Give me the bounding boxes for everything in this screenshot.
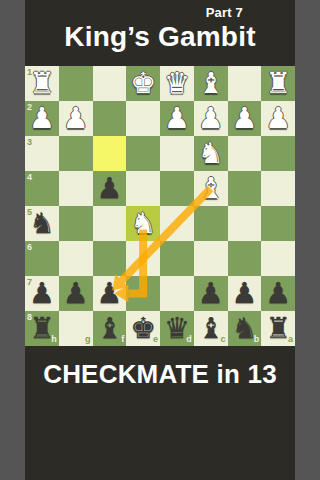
square-a7[interactable]: ♟: [261, 276, 295, 311]
black-pawn[interactable]: ♟: [228, 276, 262, 311]
square-e2[interactable]: [126, 101, 160, 136]
video-frame: Part 7 King’s Gambit 1♜♚♛♝♜2♟♟♟♟♟♟3♞4♟♝5…: [25, 0, 295, 480]
black-rook[interactable]: ♜: [261, 311, 295, 346]
square-e6[interactable]: [126, 241, 160, 276]
square-f3[interactable]: [93, 136, 127, 171]
square-g5[interactable]: [59, 206, 93, 241]
square-h2[interactable]: 2♟: [25, 101, 59, 136]
white-knight[interactable]: ♞: [126, 206, 160, 241]
chess-board[interactable]: 1♜♚♛♝♜2♟♟♟♟♟♟3♞4♟♝5♞♞67♟♟♟♟♟♟8h♜gf♝e♚d♛c…: [25, 66, 295, 346]
black-knight[interactable]: ♞: [228, 311, 262, 346]
square-c6[interactable]: [194, 241, 228, 276]
square-f8[interactable]: f♝: [93, 311, 127, 346]
square-e5[interactable]: ♞: [126, 206, 160, 241]
square-h7[interactable]: 7♟: [25, 276, 59, 311]
black-queen[interactable]: ♛: [160, 311, 194, 346]
square-f1[interactable]: [93, 66, 127, 101]
square-b7[interactable]: ♟: [228, 276, 262, 311]
black-pawn[interactable]: ♟: [93, 171, 127, 206]
white-rook[interactable]: ♜: [261, 66, 295, 101]
square-a2[interactable]: ♟: [261, 101, 295, 136]
square-b8[interactable]: b♞: [228, 311, 262, 346]
square-c2[interactable]: ♟: [194, 101, 228, 136]
square-g8[interactable]: g: [59, 311, 93, 346]
black-pawn[interactable]: ♟: [93, 276, 127, 311]
white-pawn[interactable]: ♟: [59, 101, 93, 136]
white-pawn[interactable]: ♟: [194, 101, 228, 136]
rank-label-6: 6: [27, 243, 32, 252]
rank-label-3: 3: [27, 138, 32, 147]
square-g4[interactable]: [59, 171, 93, 206]
square-b2[interactable]: ♟: [228, 101, 262, 136]
square-c3[interactable]: ♞: [194, 136, 228, 171]
black-king[interactable]: ♚: [126, 311, 160, 346]
square-d5[interactable]: [160, 206, 194, 241]
white-queen[interactable]: ♛: [160, 66, 194, 101]
white-knight[interactable]: ♞: [194, 136, 228, 171]
black-knight[interactable]: ♞: [25, 206, 59, 241]
square-g1[interactable]: [59, 66, 93, 101]
square-b5[interactable]: [228, 206, 262, 241]
black-pawn[interactable]: ♟: [25, 276, 59, 311]
square-c8[interactable]: c♝: [194, 311, 228, 346]
white-pawn[interactable]: ♟: [160, 101, 194, 136]
square-a3[interactable]: [261, 136, 295, 171]
square-f6[interactable]: [93, 241, 127, 276]
white-bishop[interactable]: ♝: [194, 171, 228, 206]
square-g2[interactable]: ♟: [59, 101, 93, 136]
file-label-g: g: [85, 335, 91, 344]
square-h1[interactable]: 1♜: [25, 66, 59, 101]
black-rook[interactable]: ♜: [25, 311, 59, 346]
white-bishop[interactable]: ♝: [194, 66, 228, 101]
square-h5[interactable]: 5♞: [25, 206, 59, 241]
square-h8[interactable]: 8h♜: [25, 311, 59, 346]
square-a6[interactable]: [261, 241, 295, 276]
square-d7[interactable]: [160, 276, 194, 311]
square-f2[interactable]: [93, 101, 127, 136]
square-e4[interactable]: [126, 171, 160, 206]
square-d3[interactable]: [160, 136, 194, 171]
black-pawn[interactable]: ♟: [261, 276, 295, 311]
square-f7[interactable]: ♟: [93, 276, 127, 311]
square-b6[interactable]: [228, 241, 262, 276]
page-title: King’s Gambit: [25, 21, 295, 53]
header: Part 7 King’s Gambit: [25, 0, 295, 66]
white-king[interactable]: ♚: [126, 66, 160, 101]
white-pawn[interactable]: ♟: [25, 101, 59, 136]
square-g7[interactable]: ♟: [59, 276, 93, 311]
square-a8[interactable]: a♜: [261, 311, 295, 346]
black-pawn[interactable]: ♟: [194, 276, 228, 311]
square-e8[interactable]: e♚: [126, 311, 160, 346]
square-h6[interactable]: 6: [25, 241, 59, 276]
board-wrap: 1♜♚♛♝♜2♟♟♟♟♟♟3♞4♟♝5♞♞67♟♟♟♟♟♟8h♜gf♝e♚d♛c…: [25, 66, 295, 346]
square-b3[interactable]: [228, 136, 262, 171]
square-g6[interactable]: [59, 241, 93, 276]
square-f4[interactable]: ♟: [93, 171, 127, 206]
square-e3[interactable]: [126, 136, 160, 171]
white-rook[interactable]: ♜: [25, 66, 59, 101]
checkmate-banner: CHECKMATE in 13: [25, 346, 295, 390]
square-c5[interactable]: [194, 206, 228, 241]
square-f5[interactable]: [93, 206, 127, 241]
square-d8[interactable]: d♛: [160, 311, 194, 346]
white-pawn[interactable]: ♟: [261, 101, 295, 136]
square-a1[interactable]: ♜: [261, 66, 295, 101]
square-d4[interactable]: [160, 171, 194, 206]
black-pawn[interactable]: ♟: [59, 276, 93, 311]
part-label: Part 7: [25, 0, 295, 20]
square-e1[interactable]: ♚: [126, 66, 160, 101]
square-d2[interactable]: ♟: [160, 101, 194, 136]
rank-label-4: 4: [27, 173, 32, 182]
square-b1[interactable]: [228, 66, 262, 101]
square-d6[interactable]: [160, 241, 194, 276]
square-c1[interactable]: ♝: [194, 66, 228, 101]
square-e7[interactable]: [126, 276, 160, 311]
square-a4[interactable]: [261, 171, 295, 206]
black-bishop[interactable]: ♝: [93, 311, 127, 346]
white-pawn[interactable]: ♟: [228, 101, 262, 136]
black-bishop[interactable]: ♝: [194, 311, 228, 346]
square-c4[interactable]: ♝: [194, 171, 228, 206]
square-h4[interactable]: 4: [25, 171, 59, 206]
square-c7[interactable]: ♟: [194, 276, 228, 311]
square-d1[interactable]: ♛: [160, 66, 194, 101]
square-b4[interactable]: [228, 171, 262, 206]
square-h3[interactable]: 3: [25, 136, 59, 171]
square-a5[interactable]: [261, 206, 295, 241]
square-g3[interactable]: [59, 136, 93, 171]
